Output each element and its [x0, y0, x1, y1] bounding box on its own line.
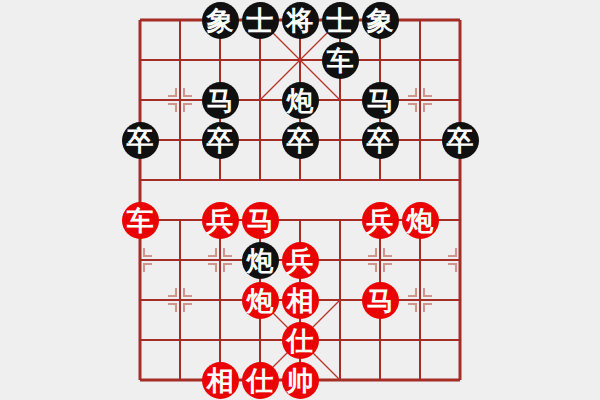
piece-red-advisor[interactable]: 仕: [242, 362, 279, 399]
piece-red-pawn[interactable]: 兵: [362, 202, 399, 239]
piece-black-chariot[interactable]: 车: [322, 42, 359, 79]
piece-red-pawn[interactable]: 兵: [202, 202, 239, 239]
piece-black-general[interactable]: 将: [282, 2, 319, 39]
piece-red-elephant[interactable]: 相: [202, 362, 239, 399]
piece-black-pawn[interactable]: 卒: [362, 122, 399, 159]
piece-black-pawn[interactable]: 卒: [122, 122, 159, 159]
piece-red-advisor[interactable]: 仕: [282, 322, 319, 359]
xiangqi-app: 象士将士象车马炮马卒卒卒卒卒炮车兵马兵炮兵炮相马仕相仕帅: [0, 0, 600, 400]
xiangqi-board[interactable]: 象士将士象车马炮马卒卒卒卒卒炮车兵马兵炮兵炮相马仕相仕帅: [120, 0, 480, 400]
piece-black-pawn[interactable]: 卒: [442, 122, 479, 159]
piece-black-horse[interactable]: 马: [202, 82, 239, 119]
piece-red-elephant[interactable]: 相: [282, 282, 319, 319]
piece-black-advisor[interactable]: 士: [242, 2, 279, 39]
piece-red-king[interactable]: 帅: [282, 362, 319, 399]
piece-black-pawn[interactable]: 卒: [202, 122, 239, 159]
piece-black-horse[interactable]: 马: [362, 82, 399, 119]
piece-black-elephant[interactable]: 象: [202, 2, 239, 39]
piece-black-elephant[interactable]: 象: [362, 2, 399, 39]
piece-red-horse[interactable]: 马: [362, 282, 399, 319]
piece-red-pawn[interactable]: 兵: [282, 242, 319, 279]
piece-red-cannon[interactable]: 炮: [402, 202, 439, 239]
piece-black-pawn[interactable]: 卒: [282, 122, 319, 159]
piece-black-cannon[interactable]: 炮: [242, 242, 279, 279]
piece-red-cannon[interactable]: 炮: [242, 282, 279, 319]
piece-red-chariot[interactable]: 车: [122, 202, 159, 239]
piece-red-horse[interactable]: 马: [242, 202, 279, 239]
piece-black-advisor[interactable]: 士: [322, 2, 359, 39]
piece-black-cannon[interactable]: 炮: [282, 82, 319, 119]
